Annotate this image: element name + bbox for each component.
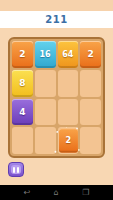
board-cell: 2 (58, 127, 79, 154)
board-cell (80, 99, 101, 126)
board-cell: 64 (58, 41, 79, 68)
recents-icon[interactable]: ❐ (82, 189, 89, 197)
board-cell (35, 127, 56, 154)
tile-2: 2 (80, 41, 101, 68)
tile-64: 64 (58, 41, 79, 68)
status-bar (0, 0, 113, 11)
tile-4: 4 (12, 99, 33, 126)
board-cell: 2 (12, 41, 33, 68)
board-cell (80, 70, 101, 97)
board-grid[interactable]: 216642842 (8, 37, 105, 158)
board-cell (80, 127, 101, 154)
android-nav-bar: ↩ ⌂ ❐ (0, 185, 113, 200)
score-bar: 211 (0, 11, 113, 28)
pause-icon (11, 165, 21, 174)
board-cell: 16 (35, 41, 56, 68)
phone-screen: 211 216642842 ↩ ⌂ ❐ (0, 0, 113, 200)
board-cell (35, 99, 56, 126)
home-icon[interactable]: ⌂ (54, 189, 59, 197)
back-icon[interactable]: ↩ (24, 189, 31, 197)
tile-2: 2 (59, 129, 78, 153)
board-cell: 8 (12, 70, 33, 97)
score-value: 211 (45, 14, 67, 25)
board-cell: 2 (80, 41, 101, 68)
tile-16: 16 (35, 41, 56, 68)
pause-button[interactable] (8, 162, 24, 177)
tile-2: 2 (12, 41, 33, 68)
board-cell: 4 (12, 99, 33, 126)
board-cell (58, 70, 79, 97)
tile-8: 8 (12, 70, 33, 97)
board-cell (12, 127, 33, 154)
board-cell (58, 99, 79, 126)
board-cell (35, 70, 56, 97)
